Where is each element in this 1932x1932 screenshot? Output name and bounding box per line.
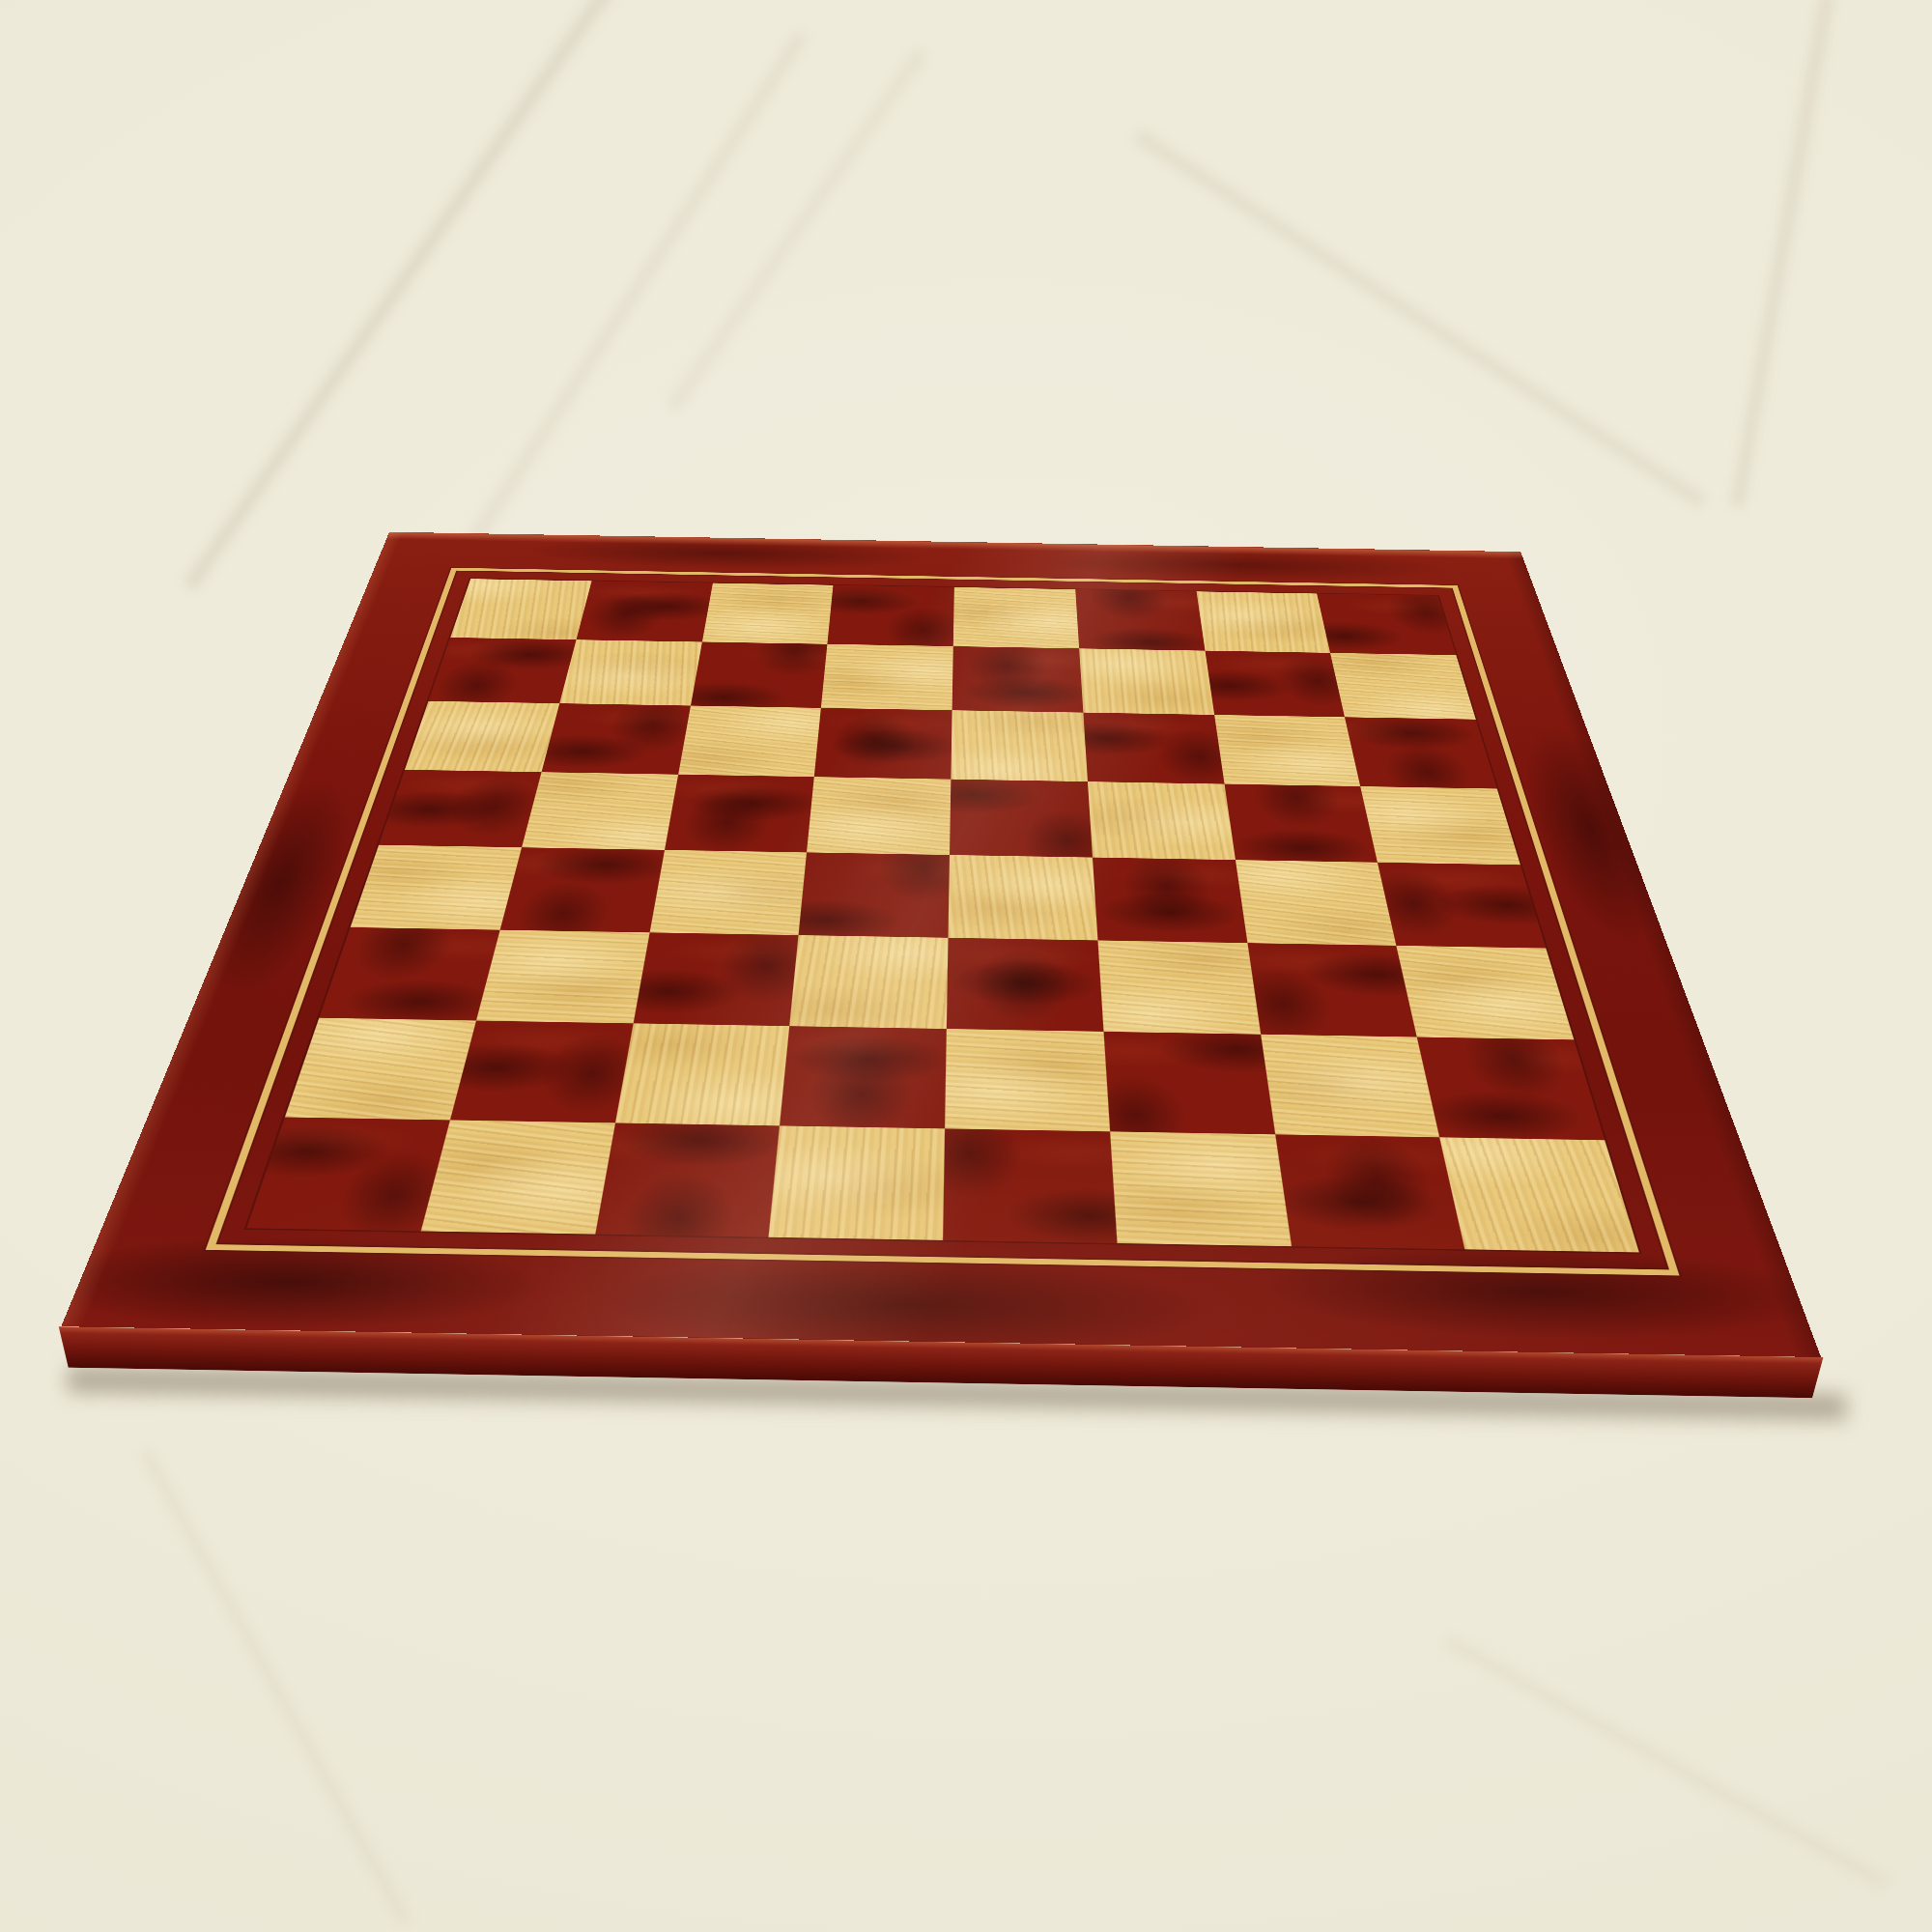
square-f4 xyxy=(1093,858,1247,943)
square-d1 xyxy=(769,1126,945,1240)
square-f5 xyxy=(1088,781,1236,860)
square-g4 xyxy=(1235,860,1396,946)
square-a4 xyxy=(351,845,522,930)
fabric-crease xyxy=(1441,1630,1891,1893)
square-f8 xyxy=(1075,589,1205,650)
square-g7 xyxy=(1205,650,1345,717)
square-h6 xyxy=(1345,717,1497,789)
square-b5 xyxy=(522,772,678,849)
board-front-edge xyxy=(59,1326,1824,1398)
square-h3 xyxy=(1397,946,1575,1039)
square-a7 xyxy=(429,638,577,703)
square-e4 xyxy=(949,855,1098,940)
square-a6 xyxy=(405,701,559,773)
square-c4 xyxy=(649,850,807,935)
square-a8 xyxy=(450,579,591,639)
square-e5 xyxy=(950,780,1093,858)
square-e8 xyxy=(953,587,1079,648)
board-frame xyxy=(61,532,1821,1357)
square-a3 xyxy=(319,927,499,1020)
square-b1 xyxy=(420,1121,614,1235)
square-g1 xyxy=(1275,1135,1465,1250)
square-b6 xyxy=(541,703,690,775)
square-d7 xyxy=(821,644,953,710)
square-d5 xyxy=(807,777,951,855)
square-f6 xyxy=(1083,712,1224,783)
square-d6 xyxy=(814,708,952,780)
square-h7 xyxy=(1330,653,1475,720)
square-g3 xyxy=(1247,943,1417,1037)
square-f7 xyxy=(1079,648,1214,715)
square-g8 xyxy=(1196,591,1330,652)
fabric-crease xyxy=(1725,0,1838,509)
square-c5 xyxy=(665,775,814,853)
square-g5 xyxy=(1224,784,1378,863)
chessboard xyxy=(249,155,1651,1556)
square-c6 xyxy=(678,705,821,777)
square-c8 xyxy=(701,583,833,644)
square-e7 xyxy=(952,646,1084,712)
square-f3 xyxy=(1097,940,1260,1034)
square-e3 xyxy=(947,938,1103,1032)
square-b3 xyxy=(476,930,649,1024)
square-g6 xyxy=(1214,715,1361,786)
square-e6 xyxy=(951,710,1087,781)
square-b4 xyxy=(499,847,664,932)
square-e1 xyxy=(943,1129,1117,1243)
playing-field xyxy=(246,579,1639,1252)
square-d3 xyxy=(790,935,949,1029)
square-h4 xyxy=(1378,863,1546,949)
square-d4 xyxy=(799,852,950,937)
square-b8 xyxy=(576,581,712,641)
square-c3 xyxy=(633,932,799,1026)
square-b2 xyxy=(450,1020,634,1122)
square-h1 xyxy=(1439,1138,1638,1253)
square-h5 xyxy=(1360,786,1520,865)
square-c1 xyxy=(595,1123,781,1237)
square-e2 xyxy=(945,1029,1110,1132)
square-f1 xyxy=(1110,1132,1292,1247)
photo-background xyxy=(0,0,1932,1932)
square-h8 xyxy=(1317,593,1456,655)
square-a5 xyxy=(379,770,541,847)
square-b7 xyxy=(559,639,701,705)
square-c7 xyxy=(691,641,828,707)
